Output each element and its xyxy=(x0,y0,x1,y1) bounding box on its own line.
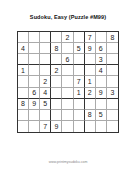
cell-r1c4 xyxy=(51,32,62,43)
cell-r4c1: 1 xyxy=(18,65,29,76)
cell-r2c7: 9 xyxy=(85,43,96,54)
cell-r4c9 xyxy=(107,65,118,76)
cell-r1c2 xyxy=(29,32,40,43)
cell-r3c2 xyxy=(29,54,40,65)
cell-r2c4: 8 xyxy=(51,43,62,54)
cell-r3c9 xyxy=(107,54,118,65)
cell-r7c6 xyxy=(74,99,85,110)
cell-r4c7 xyxy=(85,65,96,76)
cell-r2c9 xyxy=(107,43,118,54)
cell-r3c4 xyxy=(51,54,62,65)
cell-r5c8 xyxy=(96,76,107,87)
cell-r2c6: 5 xyxy=(74,43,85,54)
cell-r2c2 xyxy=(29,43,40,54)
cell-r2c1: 4 xyxy=(18,43,29,54)
cell-r3c1 xyxy=(18,54,29,65)
cell-r7c9 xyxy=(107,99,118,110)
page-title: Sudoku, Easy (Puzzle #M99) xyxy=(0,14,136,20)
cell-r5c2 xyxy=(29,76,40,87)
cell-r3c5: 6 xyxy=(62,54,73,65)
cell-r3c6 xyxy=(74,54,85,65)
cell-r9c1 xyxy=(18,121,29,132)
cell-r2c8: 6 xyxy=(96,43,107,54)
cell-r6c9: 3 xyxy=(107,88,118,99)
cell-r5c3: 2 xyxy=(40,76,51,87)
cell-r8c2 xyxy=(29,110,40,121)
cell-r3c8: 3 xyxy=(96,54,107,65)
cell-r9c9 xyxy=(107,121,118,132)
cell-r9c7 xyxy=(85,121,96,132)
cell-r1c6 xyxy=(74,32,85,43)
cell-r8c7: 8 xyxy=(85,110,96,121)
sudoku-grid: 27848596631242716412938958579 xyxy=(17,31,119,133)
cell-r5c1 xyxy=(18,76,29,87)
cell-r1c9: 8 xyxy=(107,32,118,43)
sudoku-page: Sudoku, Easy (Puzzle #M99) 2784859663124… xyxy=(0,0,136,176)
cell-r9c6 xyxy=(74,121,85,132)
cell-r7c1: 8 xyxy=(18,99,29,110)
cell-r3c3 xyxy=(40,54,51,65)
cell-r5c7: 1 xyxy=(85,76,96,87)
cell-r1c3 xyxy=(40,32,51,43)
cell-r1c5: 2 xyxy=(62,32,73,43)
cell-r2c3 xyxy=(40,43,51,54)
cell-r4c5 xyxy=(62,65,73,76)
cell-r1c1 xyxy=(18,32,29,43)
cell-r8c1 xyxy=(18,110,29,121)
cell-r9c2 xyxy=(29,121,40,132)
cell-r9c3: 7 xyxy=(40,121,51,132)
cell-r7c5 xyxy=(62,99,73,110)
cell-r6c7: 2 xyxy=(85,88,96,99)
cell-r1c7: 7 xyxy=(85,32,96,43)
cell-r7c3: 5 xyxy=(40,99,51,110)
cell-r1c8 xyxy=(96,32,107,43)
cell-r5c6: 7 xyxy=(74,76,85,87)
cell-r6c2: 6 xyxy=(29,88,40,99)
footer-url: www.printmysudoku.com xyxy=(0,160,136,164)
cell-r4c4: 2 xyxy=(51,65,62,76)
cell-r8c9 xyxy=(107,110,118,121)
cell-r5c5 xyxy=(62,76,73,87)
cell-r4c8: 4 xyxy=(96,65,107,76)
cell-r4c3 xyxy=(40,65,51,76)
cell-r8c3 xyxy=(40,110,51,121)
cell-r8c4 xyxy=(51,110,62,121)
cell-r6c1 xyxy=(18,88,29,99)
cell-r6c8: 9 xyxy=(96,88,107,99)
cell-r5c4 xyxy=(51,76,62,87)
cell-r7c2: 9 xyxy=(29,99,40,110)
cell-r6c5 xyxy=(62,88,73,99)
cell-r4c2 xyxy=(29,65,40,76)
cell-r9c5 xyxy=(62,121,73,132)
cell-r8c5 xyxy=(62,110,73,121)
cell-r7c8 xyxy=(96,99,107,110)
cell-r4c6 xyxy=(74,65,85,76)
cell-r6c4 xyxy=(51,88,62,99)
cell-r9c8 xyxy=(96,121,107,132)
cell-r6c3: 4 xyxy=(40,88,51,99)
cell-r7c7 xyxy=(85,99,96,110)
cell-r5c9 xyxy=(107,76,118,87)
cell-r7c4 xyxy=(51,99,62,110)
cell-r6c6: 1 xyxy=(74,88,85,99)
cell-r2c5 xyxy=(62,43,73,54)
cell-r3c7 xyxy=(85,54,96,65)
cell-r9c4: 9 xyxy=(51,121,62,132)
cell-r8c8: 5 xyxy=(96,110,107,121)
cell-r8c6 xyxy=(74,110,85,121)
